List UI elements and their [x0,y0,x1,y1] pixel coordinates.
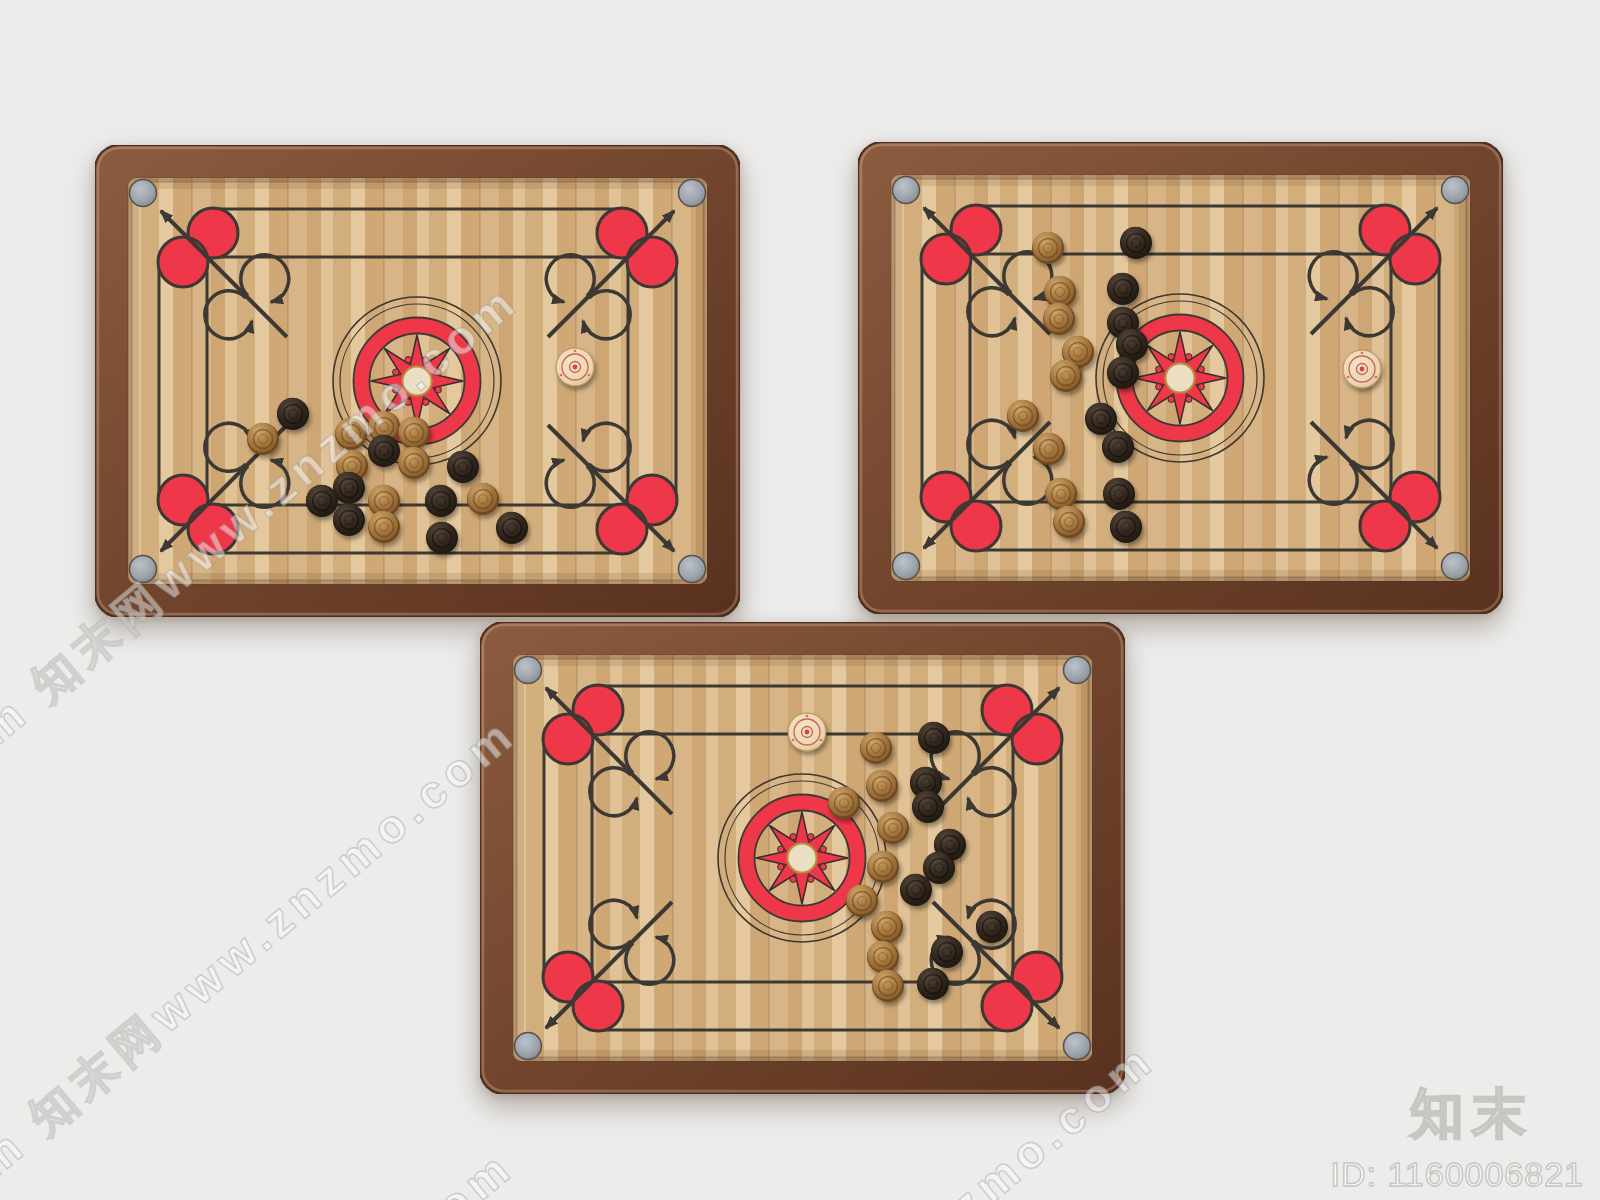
base-circle [188,504,238,554]
striker[interactable] [788,713,826,751]
pocket [893,553,920,580]
base-circle [573,981,623,1031]
brand-id: ID: 1160006821 [1331,1155,1584,1194]
carrom-board-3 [480,622,1125,1094]
pocket [1064,657,1091,684]
base-circle [982,981,1032,1031]
watermark-text-row: 知末网www.znzmo.com 知末网www.znzmo.com 知末网www… [0,1136,528,1200]
base-circle [1360,501,1410,551]
base-circle [543,714,593,764]
pocket [130,180,157,207]
base-circle [158,237,208,287]
base-circle [1012,714,1062,764]
watermark-text-row: 知末网www.znzmo.com 知末网www.znzmo.com 知末网www… [0,703,530,1200]
base-circle [951,501,1001,551]
pocket [130,556,157,583]
carrom-board-2 [858,142,1503,614]
carrom-board-3-slot [480,622,1125,1098]
base-circle [627,237,677,287]
pocket [1064,1033,1091,1060]
pocket [679,180,706,207]
pocket [1442,177,1469,204]
carrom-board-1-slot [95,145,740,621]
pocket [679,556,706,583]
brand-watermark: 知末 ID: 1160006821 [1331,1078,1584,1194]
pocket [515,657,542,684]
base-circle [1390,234,1440,284]
base-circle [597,504,647,554]
pocket [1442,553,1469,580]
striker[interactable] [556,348,594,386]
striker[interactable] [1343,350,1381,388]
brand-logo: 知末 [1410,1078,1534,1151]
pocket [515,1033,542,1060]
pocket [893,177,920,204]
base-circle [921,234,971,284]
scene: 知末网www.znzmo.com 知末网www.znzmo.com 知末网www… [0,0,1600,1200]
carrom-board-1 [95,145,740,617]
carrom-board-2-slot [858,142,1503,618]
